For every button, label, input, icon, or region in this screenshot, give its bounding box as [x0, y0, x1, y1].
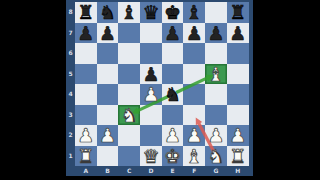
square-e1[interactable]: ♚	[162, 146, 184, 167]
piece-white-knight-c3[interactable]: ♞	[118, 105, 140, 126]
square-d4[interactable]: ♟	[140, 84, 162, 105]
rank-label-5: 5	[66, 64, 75, 85]
square-d2[interactable]	[140, 125, 162, 146]
square-c2[interactable]	[118, 125, 140, 146]
square-d3[interactable]	[140, 105, 162, 126]
square-b8[interactable]: ♞	[97, 2, 119, 23]
square-g8[interactable]	[205, 2, 227, 23]
square-a7[interactable]: ♟	[75, 23, 97, 44]
square-b3[interactable]	[97, 105, 119, 126]
file-label-d: D	[140, 166, 162, 176]
square-c7[interactable]	[118, 23, 140, 44]
square-c3[interactable]: ♞	[118, 105, 140, 126]
square-g1[interactable]: ♞	[205, 146, 227, 167]
square-b4[interactable]	[97, 84, 119, 105]
file-label-a: A	[75, 166, 97, 176]
square-d6[interactable]	[140, 43, 162, 64]
square-f5[interactable]	[183, 64, 205, 85]
piece-white-king-e1[interactable]: ♚	[162, 146, 184, 167]
piece-white-pawn-e2[interactable]: ♟	[162, 125, 184, 146]
piece-black-pawn-f7[interactable]: ♟	[183, 23, 205, 44]
piece-white-pawn-d4[interactable]: ♟	[140, 84, 162, 105]
video-frame: 87654321 ♜♞♝♛♚♝♜♟♟♟♟♟♟♟♝♟♞♞♟♟♟♟♟♟♜♛♚♝♞♜ …	[0, 0, 320, 180]
file-coordinates: ABCDEFGH	[75, 166, 249, 176]
square-a4[interactable]	[75, 84, 97, 105]
piece-black-king-e8[interactable]: ♚	[162, 2, 184, 23]
piece-black-pawn-e7[interactable]: ♟	[162, 23, 184, 44]
square-f8[interactable]: ♝	[183, 2, 205, 23]
square-g4[interactable]	[205, 84, 227, 105]
file-label-h: H	[227, 166, 249, 176]
file-label-f: F	[183, 166, 205, 176]
rank-label-6: 6	[66, 43, 75, 64]
piece-black-pawn-h7[interactable]: ♟	[227, 23, 249, 44]
rank-label-4: 4	[66, 84, 75, 105]
chess-board: 87654321 ♜♞♝♛♚♝♜♟♟♟♟♟♟♟♝♟♞♞♟♟♟♟♟♟♜♛♚♝♞♜ …	[66, 0, 253, 176]
square-e8[interactable]: ♚	[162, 2, 184, 23]
square-a5[interactable]	[75, 64, 97, 85]
square-a1[interactable]: ♜	[75, 146, 97, 167]
square-d8[interactable]: ♛	[140, 2, 162, 23]
square-d5[interactable]: ♟	[140, 64, 162, 85]
piece-white-bishop-f1[interactable]: ♝	[183, 146, 205, 167]
square-g2[interactable]: ♟	[205, 125, 227, 146]
square-h8[interactable]: ♜	[227, 2, 249, 23]
square-e2[interactable]: ♟	[162, 125, 184, 146]
piece-black-bishop-f8[interactable]: ♝	[183, 2, 205, 23]
piece-black-pawn-a7[interactable]: ♟	[75, 23, 97, 44]
square-a8[interactable]: ♜	[75, 2, 97, 23]
file-label-g: G	[205, 166, 227, 176]
square-c1[interactable]	[118, 146, 140, 167]
square-h2[interactable]: ♟	[227, 125, 249, 146]
square-h3[interactable]	[227, 105, 249, 126]
piece-black-rook-h8[interactable]: ♜	[227, 2, 249, 23]
square-e4[interactable]: ♞	[162, 84, 184, 105]
square-e7[interactable]: ♟	[162, 23, 184, 44]
piece-white-rook-a1[interactable]: ♜	[75, 146, 97, 167]
file-label-b: B	[97, 166, 119, 176]
square-h6[interactable]	[227, 43, 249, 64]
piece-black-pawn-g7[interactable]: ♟	[205, 23, 227, 44]
square-g7[interactable]: ♟	[205, 23, 227, 44]
square-a3[interactable]	[75, 105, 97, 126]
rank-label-3: 3	[66, 105, 75, 126]
square-a6[interactable]	[75, 43, 97, 64]
square-f4[interactable]	[183, 84, 205, 105]
square-c4[interactable]	[118, 84, 140, 105]
square-f6[interactable]	[183, 43, 205, 64]
square-c6[interactable]	[118, 43, 140, 64]
file-label-e: E	[162, 166, 184, 176]
square-a2[interactable]: ♟	[75, 125, 97, 146]
rank-label-8: 8	[66, 2, 75, 23]
square-c5[interactable]	[118, 64, 140, 85]
square-g5[interactable]: ♝	[205, 64, 227, 85]
square-b2[interactable]: ♟	[97, 125, 119, 146]
file-label-c: C	[118, 166, 140, 176]
square-h1[interactable]: ♜	[227, 146, 249, 167]
square-b5[interactable]	[97, 64, 119, 85]
piece-white-pawn-a2[interactable]: ♟	[75, 125, 97, 146]
square-c8[interactable]: ♝	[118, 2, 140, 23]
board-squares: ♜♞♝♛♚♝♜♟♟♟♟♟♟♟♝♟♞♞♟♟♟♟♟♟♜♛♚♝♞♜	[75, 2, 249, 166]
square-h5[interactable]	[227, 64, 249, 85]
piece-black-knight-e4[interactable]: ♞	[162, 84, 184, 105]
piece-white-pawn-g2[interactable]: ♟	[205, 125, 227, 146]
rank-coordinates: 87654321	[66, 2, 75, 166]
square-f2[interactable]: ♟	[183, 125, 205, 146]
square-g3[interactable]	[205, 105, 227, 126]
square-h7[interactable]: ♟	[227, 23, 249, 44]
piece-white-bishop-g5[interactable]: ♝	[205, 64, 227, 85]
square-e3[interactable]	[162, 105, 184, 126]
piece-white-pawn-b2[interactable]: ♟	[97, 125, 119, 146]
square-f3[interactable]	[183, 105, 205, 126]
piece-black-pawn-b7[interactable]: ♟	[97, 23, 119, 44]
square-h4[interactable]	[227, 84, 249, 105]
piece-black-knight-b8[interactable]: ♞	[97, 2, 119, 23]
rank-label-7: 7	[66, 23, 75, 44]
piece-white-pawn-f2[interactable]: ♟	[183, 125, 205, 146]
piece-black-bishop-c8[interactable]: ♝	[118, 2, 140, 23]
square-e5[interactable]	[162, 64, 184, 85]
square-f7[interactable]: ♟	[183, 23, 205, 44]
square-e6[interactable]	[162, 43, 184, 64]
square-d1[interactable]: ♛	[140, 146, 162, 167]
piece-black-pawn-d5[interactable]: ♟	[140, 64, 162, 85]
square-b6[interactable]	[97, 43, 119, 64]
piece-black-rook-a8[interactable]: ♜	[75, 2, 97, 23]
piece-black-queen-d8[interactable]: ♛	[140, 2, 162, 23]
piece-white-knight-g1[interactable]: ♞	[205, 146, 227, 167]
square-g6[interactable]	[205, 43, 227, 64]
square-b1[interactable]	[97, 146, 119, 167]
piece-white-queen-d1[interactable]: ♛	[140, 146, 162, 167]
square-f1[interactable]: ♝	[183, 146, 205, 167]
rank-label-1: 1	[66, 146, 75, 167]
square-b7[interactable]: ♟	[97, 23, 119, 44]
square-d7[interactable]	[140, 23, 162, 44]
piece-white-rook-h1[interactable]: ♜	[227, 146, 249, 167]
piece-white-pawn-h2[interactable]: ♟	[227, 125, 249, 146]
rank-label-2: 2	[66, 125, 75, 146]
